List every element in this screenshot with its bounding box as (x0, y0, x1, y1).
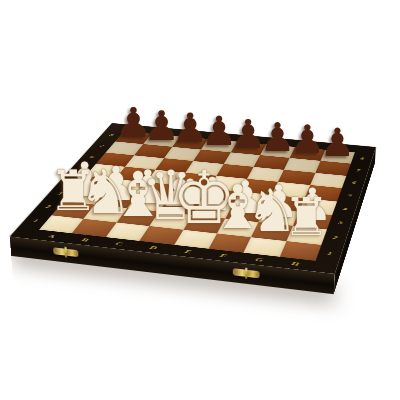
square-e3[interactable] (200, 188, 240, 204)
square-h1[interactable] (286, 226, 327, 245)
square-e1[interactable] (183, 215, 225, 233)
square-b2[interactable] (95, 191, 137, 208)
square-d1[interactable] (150, 212, 192, 230)
square-h2[interactable] (293, 212, 333, 230)
brass-clasp-center[interactable] (233, 268, 260, 278)
square-e2[interactable] (192, 201, 233, 218)
square-f2[interactable] (225, 205, 265, 223)
square-f3[interactable] (233, 191, 272, 208)
photo-stage: ABCDEFGH8877665544332211ABCDEFGH ♟♟♟♟♟♟♟… (0, 0, 400, 400)
square-f4[interactable] (240, 179, 278, 195)
square-b1[interactable] (84, 205, 127, 223)
square-g4[interactable] (272, 182, 310, 198)
square-c3[interactable] (137, 182, 177, 198)
square-c1[interactable] (117, 208, 160, 226)
chess-board-3d: ABCDEFGH8877665544332211ABCDEFGH (10, 123, 376, 274)
square-d2[interactable] (159, 198, 200, 215)
square-h4[interactable] (304, 185, 342, 201)
square-g1[interactable] (251, 222, 292, 241)
square-e4[interactable] (208, 176, 247, 192)
brass-clasp-left[interactable] (53, 247, 78, 257)
square-d3[interactable] (168, 185, 208, 201)
square-f1[interactable] (217, 219, 259, 237)
square-h3[interactable] (299, 198, 338, 215)
square-g2[interactable] (259, 208, 299, 226)
square-g3[interactable] (265, 195, 304, 212)
square-c2[interactable] (127, 195, 168, 212)
